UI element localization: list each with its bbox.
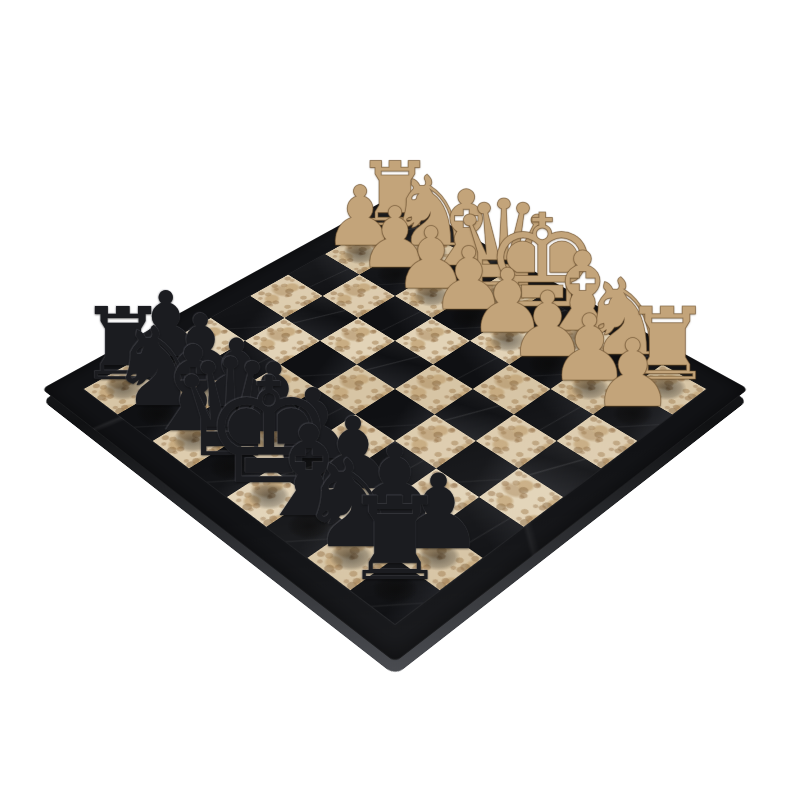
square-g8 [307, 527, 395, 590]
square-c8 [153, 414, 234, 468]
square-e8 [227, 468, 311, 526]
square-h3 [557, 414, 638, 468]
square-g5 [436, 441, 518, 497]
square-c7 [197, 389, 276, 441]
square-f8 [266, 497, 352, 558]
square-e6 [314, 414, 395, 468]
square-h8 [350, 558, 439, 624]
square-f5 [395, 414, 476, 468]
square-h5 [479, 468, 563, 526]
square-d7 [233, 414, 314, 468]
square-e5 [355, 389, 434, 441]
product-photo: ♜♞♝♛♚♝♞♜♟♟♟♟♟♟♟♟♟♟♟♟♟♟♟♟♜♞♝♛♚♝♞♜ [0, 0, 800, 800]
board-grid [84, 215, 706, 624]
square-g3 [514, 389, 593, 441]
square-g7 [352, 497, 438, 558]
square-e7 [271, 441, 353, 497]
square-h6 [438, 497, 524, 558]
chess-board-3d [41, 195, 748, 663]
board-scene [145, 139, 645, 639]
board-frame [41, 195, 748, 663]
square-f4 [435, 389, 514, 441]
square-d6 [276, 389, 355, 441]
square-f6 [354, 441, 436, 497]
square-f7 [311, 468, 395, 526]
square-h7 [395, 527, 483, 590]
square-h2 [593, 389, 672, 441]
square-h4 [519, 441, 601, 497]
square-d8 [189, 441, 271, 497]
square-g4 [476, 414, 557, 468]
square-b8 [118, 389, 197, 441]
square-g6 [395, 468, 479, 526]
